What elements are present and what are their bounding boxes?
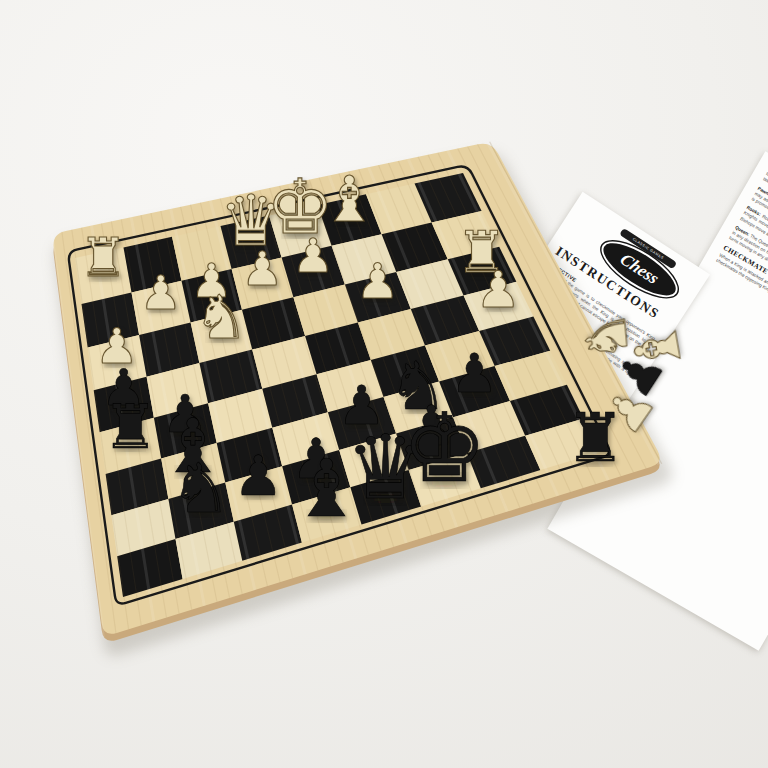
piece-white-knight-f3: ♞: [194, 287, 248, 347]
piece-black-king-c8: ♚: [402, 401, 487, 496]
piece-white-pawn-c3: ♟: [356, 257, 400, 306]
photo-stage: Pieces: Each player begins the game with…: [0, 0, 768, 768]
piece-white-rook-h1: ♜: [79, 233, 127, 286]
piece-black-rook-h5: ♜: [103, 395, 158, 456]
piece-black-pawn-f7: ♟: [234, 448, 284, 503]
piece-white-pawn-d2: ♟: [292, 233, 334, 280]
piece-black-knight-g7: ♞: [170, 455, 231, 523]
piece-white-pawn-a4: ♟: [476, 265, 521, 315]
piece-white-bishop-c1: ♝: [321, 169, 377, 232]
piece-white-pawn-g2: ♟: [140, 269, 182, 316]
